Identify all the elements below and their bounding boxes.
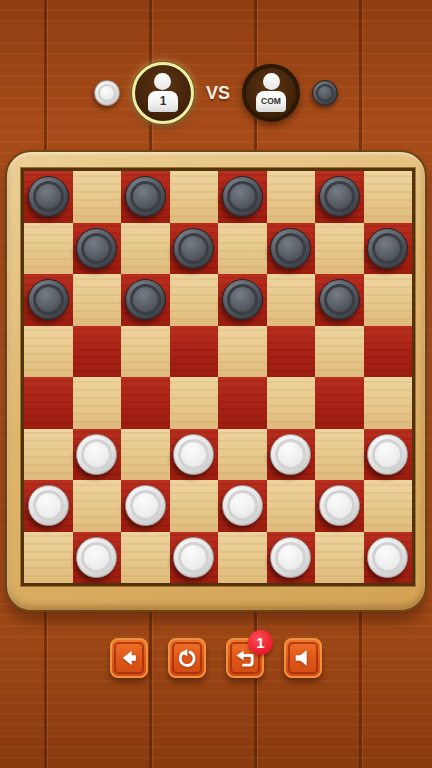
board-square-r7c7[interactable] <box>315 480 364 532</box>
board-square-r6c1[interactable] <box>24 429 73 481</box>
board-square-r2c2[interactable] <box>73 223 122 275</box>
white-piece[interactable] <box>125 485 166 526</box>
com-avatar-label: COM <box>256 91 286 112</box>
board-square-r7c4[interactable] <box>170 480 219 532</box>
speaker-icon <box>292 647 314 669</box>
board-square-r2c8[interactable] <box>364 223 413 275</box>
white-piece[interactable] <box>173 537 214 578</box>
board-square-r8c7[interactable] <box>315 532 364 584</box>
person-icon: COM <box>256 73 286 112</box>
arrow-left-icon <box>118 647 140 669</box>
board-square-r1c8[interactable] <box>364 171 413 223</box>
person-head <box>154 73 171 90</box>
black-piece[interactable] <box>367 228 408 269</box>
black-piece[interactable] <box>319 176 360 217</box>
board-square-r7c5[interactable] <box>218 480 267 532</box>
board-square-r7c1[interactable] <box>24 480 73 532</box>
white-piece[interactable] <box>319 485 360 526</box>
board-square-r8c2[interactable] <box>73 532 122 584</box>
white-piece[interactable] <box>270 434 311 475</box>
board-square-r8c5[interactable] <box>218 532 267 584</box>
board-square-r8c3[interactable] <box>121 532 170 584</box>
white-piece[interactable] <box>367 434 408 475</box>
board-square-r3c5[interactable] <box>218 274 267 326</box>
board-square-r8c8[interactable] <box>364 532 413 584</box>
white-piece[interactable] <box>222 485 263 526</box>
board-square-r7c8[interactable] <box>364 480 413 532</box>
board-square-r6c4[interactable] <box>170 429 219 481</box>
board-square-r4c6[interactable] <box>267 326 316 378</box>
board-square-r6c5[interactable] <box>218 429 267 481</box>
undo-button[interactable]: 1 <box>226 638 264 678</box>
board-square-r1c3[interactable] <box>121 171 170 223</box>
black-piece[interactable] <box>222 176 263 217</box>
black-piece[interactable] <box>173 228 214 269</box>
black-piece[interactable] <box>28 176 69 217</box>
black-piece[interactable] <box>319 279 360 320</box>
board-square-r2c1[interactable] <box>24 223 73 275</box>
board-square-r4c4[interactable] <box>170 326 219 378</box>
board-square-r5c2[interactable] <box>73 377 122 429</box>
board-square-r3c3[interactable] <box>121 274 170 326</box>
white-piece[interactable] <box>173 434 214 475</box>
board-square-r7c3[interactable] <box>121 480 170 532</box>
board-square-r6c8[interactable] <box>364 429 413 481</box>
player-avatar-label: 1 <box>148 91 178 112</box>
board-square-r4c3[interactable] <box>121 326 170 378</box>
board-square-r4c5[interactable] <box>218 326 267 378</box>
board-square-r7c6[interactable] <box>267 480 316 532</box>
board-square-r5c8[interactable] <box>364 377 413 429</box>
board-square-r2c3[interactable] <box>121 223 170 275</box>
board-square-r4c7[interactable] <box>315 326 364 378</box>
black-piece[interactable] <box>125 176 166 217</box>
board-square-r3c1[interactable] <box>24 274 73 326</box>
controls-bar: 1 <box>0 638 432 678</box>
board-square-r3c7[interactable] <box>315 274 364 326</box>
black-piece[interactable] <box>270 228 311 269</box>
player-avatar: 1 <box>132 62 194 124</box>
black-piece[interactable] <box>125 279 166 320</box>
board-square-r1c2[interactable] <box>73 171 122 223</box>
board-square-r1c6[interactable] <box>267 171 316 223</box>
board-square-r5c7[interactable] <box>315 377 364 429</box>
back-button[interactable] <box>110 638 148 678</box>
board-square-r2c5[interactable] <box>218 223 267 275</box>
board-square-r8c1[interactable] <box>24 532 73 584</box>
person-head <box>263 73 280 90</box>
board-square-r3c2[interactable] <box>73 274 122 326</box>
board-square-r3c4[interactable] <box>170 274 219 326</box>
white-piece[interactable] <box>28 485 69 526</box>
board-square-r3c8[interactable] <box>364 274 413 326</box>
white-piece[interactable] <box>76 537 117 578</box>
white-piece[interactable] <box>270 537 311 578</box>
com-avatar: COM <box>242 64 300 122</box>
board-square-r4c1[interactable] <box>24 326 73 378</box>
board-square-r8c6[interactable] <box>267 532 316 584</box>
black-piece-icon <box>312 80 338 106</box>
board-square-r5c3[interactable] <box>121 377 170 429</box>
game-screen: 1 VS COM <box>0 0 432 768</box>
black-piece[interactable] <box>222 279 263 320</box>
board-square-r6c3[interactable] <box>121 429 170 481</box>
black-piece[interactable] <box>28 279 69 320</box>
board-square-r8c4[interactable] <box>170 532 219 584</box>
restart-icon <box>176 647 198 669</box>
board-square-r6c2[interactable] <box>73 429 122 481</box>
person-icon: 1 <box>148 73 178 112</box>
black-piece[interactable] <box>76 228 117 269</box>
board-square-r5c6[interactable] <box>267 377 316 429</box>
board-frame <box>5 150 427 612</box>
board-square-r5c1[interactable] <box>24 377 73 429</box>
board-square-r2c6[interactable] <box>267 223 316 275</box>
board-square-r6c7[interactable] <box>315 429 364 481</box>
white-piece-icon <box>94 80 120 106</box>
undo-badge: 1 <box>248 630 273 655</box>
board-square-r2c7[interactable] <box>315 223 364 275</box>
white-piece[interactable] <box>367 537 408 578</box>
restart-button[interactable] <box>168 638 206 678</box>
board-square-r1c7[interactable] <box>315 171 364 223</box>
board-grid <box>21 168 415 586</box>
white-piece[interactable] <box>76 434 117 475</box>
board-square-r1c4[interactable] <box>170 171 219 223</box>
sound-button[interactable] <box>284 638 322 678</box>
vs-label: VS <box>206 83 230 104</box>
players-row: 1 VS COM <box>0 58 432 128</box>
board-square-r1c5[interactable] <box>218 171 267 223</box>
board-square-r4c8[interactable] <box>364 326 413 378</box>
board-square-r4c2[interactable] <box>73 326 122 378</box>
board-square-r7c2[interactable] <box>73 480 122 532</box>
board-square-r3c6[interactable] <box>267 274 316 326</box>
board-square-r5c4[interactable] <box>170 377 219 429</box>
board-square-r2c4[interactable] <box>170 223 219 275</box>
board-square-r1c1[interactable] <box>24 171 73 223</box>
board-square-r5c5[interactable] <box>218 377 267 429</box>
board-square-r6c6[interactable] <box>267 429 316 481</box>
